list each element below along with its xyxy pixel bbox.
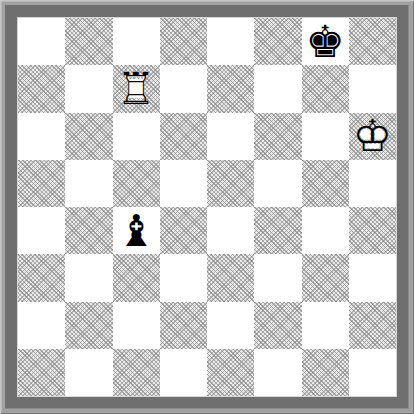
piece-black-king-g8[interactable]: ♚: [302, 18, 349, 65]
square-a8[interactable]: [18, 18, 65, 65]
square-f1[interactable]: [254, 349, 301, 396]
piece-white-king-h6[interactable]: ♚♔: [349, 113, 396, 160]
square-c2[interactable]: [113, 302, 160, 349]
square-g8[interactable]: ♚: [302, 18, 349, 65]
square-d6[interactable]: [160, 113, 207, 160]
square-g2[interactable]: [302, 302, 349, 349]
square-f5[interactable]: [254, 160, 301, 207]
square-d1[interactable]: [160, 349, 207, 396]
square-h5[interactable]: [349, 160, 396, 207]
chess-board: ♚♜♖♚♔♝: [18, 18, 396, 396]
square-b5[interactable]: [65, 160, 112, 207]
square-c1[interactable]: [113, 349, 160, 396]
square-f4[interactable]: [254, 207, 301, 254]
square-b6[interactable]: [65, 113, 112, 160]
square-g5[interactable]: [302, 160, 349, 207]
square-a3[interactable]: [18, 254, 65, 301]
square-b4[interactable]: [65, 207, 112, 254]
black-bishop-glyph: ♝: [116, 209, 155, 253]
square-b3[interactable]: [65, 254, 112, 301]
square-d8[interactable]: [160, 18, 207, 65]
square-a7[interactable]: [18, 65, 65, 112]
square-a4[interactable]: [18, 207, 65, 254]
square-b1[interactable]: [65, 349, 112, 396]
square-h4[interactable]: [349, 207, 396, 254]
square-e7[interactable]: [207, 65, 254, 112]
square-c8[interactable]: [113, 18, 160, 65]
square-c5[interactable]: [113, 160, 160, 207]
square-e8[interactable]: [207, 18, 254, 65]
board-frame: ♚♜♖♚♔♝: [0, 0, 414, 414]
square-f3[interactable]: [254, 254, 301, 301]
square-d5[interactable]: [160, 160, 207, 207]
square-h3[interactable]: [349, 254, 396, 301]
piece-white-rook-c7[interactable]: ♜♖: [113, 65, 160, 112]
square-f2[interactable]: [254, 302, 301, 349]
square-g1[interactable]: [302, 349, 349, 396]
square-g6[interactable]: [302, 113, 349, 160]
square-b8[interactable]: [65, 18, 112, 65]
square-d4[interactable]: [160, 207, 207, 254]
square-h8[interactable]: [349, 18, 396, 65]
board-frame-inner: ♚♜♖♚♔♝: [5, 5, 409, 409]
square-f8[interactable]: [254, 18, 301, 65]
square-a6[interactable]: [18, 113, 65, 160]
black-king-glyph: ♚: [305, 20, 344, 64]
square-e6[interactable]: [207, 113, 254, 160]
square-a5[interactable]: [18, 160, 65, 207]
square-g3[interactable]: [302, 254, 349, 301]
square-h2[interactable]: [349, 302, 396, 349]
square-d3[interactable]: [160, 254, 207, 301]
square-e5[interactable]: [207, 160, 254, 207]
square-b7[interactable]: [65, 65, 112, 112]
square-e1[interactable]: [207, 349, 254, 396]
square-e2[interactable]: [207, 302, 254, 349]
square-b2[interactable]: [65, 302, 112, 349]
square-a1[interactable]: [18, 349, 65, 396]
square-c6[interactable]: [113, 113, 160, 160]
square-e3[interactable]: [207, 254, 254, 301]
square-d7[interactable]: [160, 65, 207, 112]
white-rook-glyph: ♖: [116, 67, 155, 111]
square-d2[interactable]: [160, 302, 207, 349]
square-f7[interactable]: [254, 65, 301, 112]
square-c4[interactable]: ♝: [113, 207, 160, 254]
square-c7[interactable]: ♜♖: [113, 65, 160, 112]
square-c3[interactable]: [113, 254, 160, 301]
square-h7[interactable]: [349, 65, 396, 112]
white-king-glyph: ♔: [353, 114, 392, 158]
square-a2[interactable]: [18, 302, 65, 349]
square-h6[interactable]: ♚♔: [349, 113, 396, 160]
square-g7[interactable]: [302, 65, 349, 112]
square-h1[interactable]: [349, 349, 396, 396]
square-e4[interactable]: [207, 207, 254, 254]
square-g4[interactable]: [302, 207, 349, 254]
square-f6[interactable]: [254, 113, 301, 160]
piece-black-bishop-c4[interactable]: ♝: [113, 207, 160, 254]
